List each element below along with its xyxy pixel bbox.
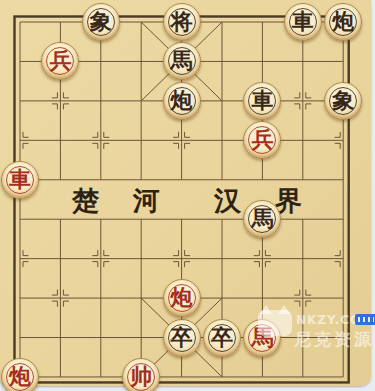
piece-red-車[interactable]: 車 [1, 161, 39, 199]
piece-black-象[interactable]: 象 [82, 3, 120, 41]
piece-glyph: 炮 [164, 83, 200, 119]
piece-red-炮[interactable]: 炮 [1, 358, 39, 391]
piece-red-兵[interactable]: 兵 [41, 42, 79, 80]
piece-black-卒[interactable]: 卒 [203, 319, 241, 357]
piece-glyph: 卒 [204, 320, 240, 356]
piece-red-馬[interactable]: 馬 [243, 319, 281, 357]
piece-glyph: 卒 [164, 320, 200, 356]
xiangqi-screenshot: 楚河 汉界 象将車炮馬炮車象馬卒卒兵兵車炮馬炮帅 NKZY.COM 尼克资源网 [0, 0, 375, 391]
piece-glyph: 車 [285, 4, 321, 40]
board-panel: 楚河 汉界 象将車炮馬炮車象馬卒卒兵兵車炮馬炮帅 [0, 0, 371, 386]
piece-black-卒[interactable]: 卒 [163, 319, 201, 357]
piece-glyph: 車 [244, 83, 280, 119]
piece-glyph: 帅 [123, 359, 159, 391]
piece-glyph: 馬 [244, 320, 280, 356]
piece-black-車[interactable]: 車 [284, 3, 322, 41]
piece-black-炮[interactable]: 炮 [163, 82, 201, 120]
river-label-left: 楚河 [72, 186, 194, 216]
piece-black-馬[interactable]: 馬 [243, 200, 281, 238]
piece-black-将[interactable]: 将 [163, 3, 201, 41]
piece-glyph: 象 [83, 4, 119, 40]
piece-glyph: 炮 [2, 359, 38, 391]
piece-glyph: 兵 [244, 122, 280, 158]
piece-red-兵[interactable]: 兵 [243, 121, 281, 159]
piece-red-炮[interactable]: 炮 [163, 279, 201, 317]
piece-glyph: 将 [164, 4, 200, 40]
piece-glyph: 象 [325, 83, 361, 119]
piece-glyph: 車 [2, 162, 38, 198]
piece-glyph: 馬 [244, 201, 280, 237]
piece-glyph: 馬 [164, 43, 200, 79]
piece-black-馬[interactable]: 馬 [163, 42, 201, 80]
piece-black-車[interactable]: 車 [243, 82, 281, 120]
piece-black-炮[interactable]: 炮 [324, 3, 362, 41]
piece-glyph: 兵 [42, 43, 78, 79]
piece-black-象[interactable]: 象 [324, 82, 362, 120]
piece-glyph: 炮 [325, 4, 361, 40]
piece-glyph: 炮 [164, 280, 200, 316]
piece-red-帅[interactable]: 帅 [122, 358, 160, 391]
